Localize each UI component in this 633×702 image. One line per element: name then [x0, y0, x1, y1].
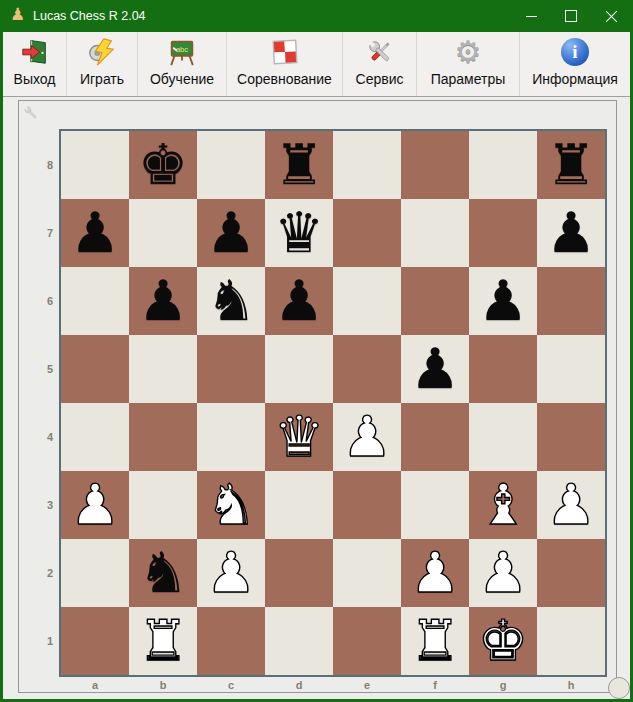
- rank-label-2: 2: [37, 539, 53, 607]
- square-g6[interactable]: ♟: [469, 267, 537, 335]
- rank-label-1: 1: [37, 607, 53, 675]
- square-f2[interactable]: ♟: [401, 539, 469, 607]
- rank-label-4: 4: [37, 403, 53, 471]
- square-e3[interactable]: [333, 471, 401, 539]
- square-g3[interactable]: ♝: [469, 471, 537, 539]
- piece-black-pawn: ♟: [410, 335, 460, 403]
- piece-black-pawn: ♟: [70, 199, 120, 267]
- square-h8[interactable]: ♜: [537, 131, 605, 199]
- square-f3[interactable]: [401, 471, 469, 539]
- board-config-wrench-icon[interactable]: [22, 104, 40, 122]
- rank-label-7: 7: [37, 199, 53, 267]
- square-e8[interactable]: [333, 131, 401, 199]
- piece-black-pawn: ♟: [546, 199, 596, 267]
- square-f4[interactable]: [401, 403, 469, 471]
- square-c8[interactable]: [197, 131, 265, 199]
- square-h6[interactable]: [537, 267, 605, 335]
- piece-white-pawn: ♟: [546, 471, 596, 539]
- square-g1[interactable]: ♚: [469, 607, 537, 675]
- piece-white-bishop: ♝: [478, 471, 528, 539]
- square-f6[interactable]: [401, 267, 469, 335]
- gear-icon: ⚙: [452, 36, 484, 68]
- square-a4[interactable]: [61, 403, 129, 471]
- square-b8[interactable]: ♚: [129, 131, 197, 199]
- piece-white-king: ♚: [478, 607, 528, 675]
- square-d8[interactable]: ♜: [265, 131, 333, 199]
- piece-white-rook: ♜: [410, 607, 460, 675]
- square-e7[interactable]: [333, 199, 401, 267]
- minimize-icon: [526, 16, 537, 17]
- piece-black-rook: ♜: [274, 131, 324, 199]
- square-g8[interactable]: [469, 131, 537, 199]
- piece-black-pawn: ♟: [206, 199, 256, 267]
- square-g7[interactable]: [469, 199, 537, 267]
- piece-black-knight: ♞: [206, 267, 256, 335]
- square-g5[interactable]: [469, 335, 537, 403]
- square-h4[interactable]: [537, 403, 605, 471]
- square-b3[interactable]: [129, 471, 197, 539]
- square-d1[interactable]: [265, 607, 333, 675]
- file-label-h: h: [537, 679, 605, 695]
- square-c2[interactable]: ♟: [197, 539, 265, 607]
- square-a5[interactable]: [61, 335, 129, 403]
- piece-black-pawn: ♟: [478, 267, 528, 335]
- file-label-c: c: [197, 679, 265, 695]
- square-e6[interactable]: [333, 267, 401, 335]
- square-e1[interactable]: [333, 607, 401, 675]
- piece-white-rook: ♜: [138, 607, 188, 675]
- toolbar-label-play: Играть: [80, 71, 124, 87]
- square-a6[interactable]: [61, 267, 129, 335]
- toolbar-button-play[interactable]: Играть: [67, 32, 138, 96]
- piece-black-queen: ♛: [274, 199, 324, 267]
- square-b1[interactable]: ♜: [129, 607, 197, 675]
- toolbar-button-exit[interactable]: Выход: [3, 32, 67, 96]
- file-label-e: e: [333, 679, 401, 695]
- toolbar-button-information[interactable]: i Информация: [520, 32, 630, 96]
- square-g4[interactable]: [469, 403, 537, 471]
- toolbar-label-information: Информация: [532, 71, 618, 87]
- rank-label-8: 8: [37, 131, 53, 199]
- file-label-g: g: [469, 679, 537, 695]
- toolbar-button-tools[interactable]: Сервис: [343, 32, 417, 96]
- piece-black-king: ♚: [138, 131, 188, 199]
- square-c1[interactable]: [197, 607, 265, 675]
- main-toolbar: Выход Играть abc Обучение: [3, 32, 630, 97]
- square-b4[interactable]: [129, 403, 197, 471]
- file-label-f: f: [401, 679, 469, 695]
- square-d3[interactable]: [265, 471, 333, 539]
- toolbar-label-training: Обучение: [150, 71, 214, 87]
- square-f8[interactable]: [401, 131, 469, 199]
- square-e5[interactable]: [333, 335, 401, 403]
- maximize-icon: [565, 10, 577, 22]
- app-pawn-icon: ♟: [10, 6, 25, 23]
- piece-white-knight: ♞: [206, 471, 256, 539]
- square-a2[interactable]: [61, 539, 129, 607]
- square-h7[interactable]: ♟: [537, 199, 605, 267]
- square-f7[interactable]: [401, 199, 469, 267]
- wrench-screwdriver-icon: [364, 36, 396, 68]
- toolbar-label-competition: Соревнование: [237, 71, 332, 87]
- square-d7[interactable]: ♛: [265, 199, 333, 267]
- square-c6[interactable]: ♞: [197, 267, 265, 335]
- toolbar-label-exit: Выход: [14, 71, 56, 87]
- piece-white-pawn: ♟: [206, 539, 256, 607]
- square-a1[interactable]: [61, 607, 129, 675]
- square-g2[interactable]: ♟: [469, 539, 537, 607]
- square-b6[interactable]: ♟: [129, 267, 197, 335]
- piece-black-pawn: ♟: [138, 267, 188, 335]
- board-panel: ♚♜♜♟♟♛♟♟♞♟♟♟♛♟♟♞♝♟♞♟♟♟♜♜♚ 87654321abcdef…: [18, 100, 617, 693]
- rank-label-6: 6: [37, 267, 53, 335]
- square-c3[interactable]: ♞: [197, 471, 265, 539]
- square-c7[interactable]: ♟: [197, 199, 265, 267]
- square-d4[interactable]: ♛: [265, 403, 333, 471]
- square-b2[interactable]: ♞: [129, 539, 197, 607]
- chalkboard-icon: abc: [166, 36, 198, 68]
- piece-black-pawn: ♟: [274, 267, 324, 335]
- info-icon: i: [559, 36, 591, 68]
- maximize-button[interactable]: [555, 0, 587, 32]
- toolbar-label-tools: Сервис: [356, 71, 404, 87]
- piece-white-queen: ♛: [274, 403, 324, 471]
- square-c4[interactable]: [197, 403, 265, 471]
- rank-label-5: 5: [37, 335, 53, 403]
- piece-white-pawn: ♟: [70, 471, 120, 539]
- toolbar-button-options[interactable]: ⚙ Параметры: [417, 32, 520, 96]
- square-h5[interactable]: [537, 335, 605, 403]
- square-h2[interactable]: [537, 539, 605, 607]
- square-f1[interactable]: ♜: [401, 607, 469, 675]
- piece-white-pawn: ♟: [342, 403, 392, 471]
- square-a8[interactable]: [61, 131, 129, 199]
- exit-door-icon: [19, 36, 51, 68]
- checkered-board-icon: [269, 36, 301, 68]
- lightning-plug-icon: [86, 36, 118, 68]
- title-bar: ♟ Lucas Chess R 2.04: [0, 0, 633, 32]
- toolbar-button-competition[interactable]: Соревнование: [227, 32, 343, 96]
- file-label-b: b: [129, 679, 197, 695]
- square-a7[interactable]: ♟: [61, 199, 129, 267]
- square-b5[interactable]: [129, 335, 197, 403]
- square-c5[interactable]: [197, 335, 265, 403]
- main-content: ♚♜♜♟♟♛♟♟♞♟♟♟♛♟♟♞♝♟♞♟♟♟♜♜♚ 87654321abcdef…: [3, 97, 630, 699]
- chess-board: ♚♜♜♟♟♛♟♟♞♟♟♟♛♟♟♞♝♟♞♟♟♟♜♜♚: [59, 129, 607, 677]
- minimize-button[interactable]: [515, 0, 547, 32]
- square-a3[interactable]: ♟: [61, 471, 129, 539]
- square-f5[interactable]: ♟: [401, 335, 469, 403]
- piece-black-rook: ♜: [546, 131, 596, 199]
- square-e2[interactable]: [333, 539, 401, 607]
- file-label-d: d: [265, 679, 333, 695]
- rank-label-3: 3: [37, 471, 53, 539]
- square-e4[interactable]: ♟: [333, 403, 401, 471]
- piece-white-pawn: ♟: [410, 539, 460, 607]
- square-h1[interactable]: [537, 607, 605, 675]
- window-title: Lucas Chess R 2.04: [33, 9, 146, 23]
- svg-text:abc: abc: [176, 45, 188, 54]
- close-button[interactable]: [595, 0, 627, 32]
- square-b7[interactable]: [129, 199, 197, 267]
- piece-black-knight: ♞: [138, 539, 188, 607]
- square-d5[interactable]: [265, 335, 333, 403]
- square-d6[interactable]: ♟: [265, 267, 333, 335]
- close-icon: [605, 10, 618, 23]
- square-d2[interactable]: [265, 539, 333, 607]
- square-h3[interactable]: ♟: [537, 471, 605, 539]
- piece-white-pawn: ♟: [478, 539, 528, 607]
- toolbar-button-training[interactable]: abc Обучение: [138, 32, 227, 96]
- toolbar-label-options: Параметры: [431, 71, 506, 87]
- corner-ball-indicator: [608, 677, 630, 699]
- file-label-a: a: [61, 679, 129, 695]
